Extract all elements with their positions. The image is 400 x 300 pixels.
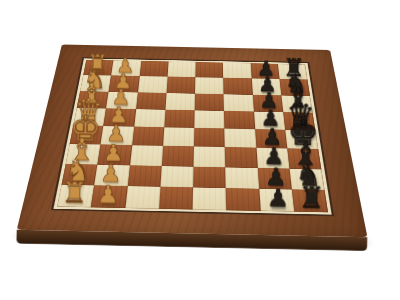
piece-white-pawn-h2[interactable]: ♟ [97, 184, 120, 208]
square-f4[interactable] [162, 146, 194, 166]
chess-board: ♜♟♟♜♞♟♟♞♝♟♟♝♛♟♟♛♚♟♟♚♝♟♟♝♞♟♟♞♜♟♟♜ [17, 45, 368, 238]
square-e3[interactable] [132, 127, 164, 146]
square-a5[interactable] [195, 62, 223, 78]
square-c6[interactable] [224, 94, 254, 111]
square-c3[interactable] [136, 92, 167, 109]
square-h8[interactable]: ♜ [292, 189, 328, 212]
square-d6[interactable] [224, 111, 255, 129]
square-h1[interactable]: ♜ [57, 185, 94, 208]
square-c4[interactable] [165, 93, 195, 110]
board-squares: ♜♟♟♜♞♟♟♞♝♟♟♝♛♟♟♛♚♟♟♚♝♟♟♝♞♟♟♞♜♟♟♜ [53, 58, 331, 214]
square-c5[interactable] [195, 93, 224, 110]
square-a3[interactable] [139, 61, 168, 77]
square-d5[interactable] [194, 110, 224, 128]
square-h2[interactable]: ♟ [91, 185, 127, 208]
square-e4[interactable] [163, 127, 194, 146]
board-rotator: ♜♟♟♜♞♟♟♞♝♟♟♝♛♟♟♛♚♟♟♚♝♟♟♝♞♟♟♞♜♟♟♜ [0, 0, 400, 300]
square-b6[interactable] [223, 78, 252, 95]
square-g3[interactable] [127, 165, 161, 187]
square-f5[interactable] [194, 147, 226, 167]
square-g4[interactable] [160, 166, 193, 188]
square-b4[interactable] [166, 77, 195, 94]
piece-white-rook-h1[interactable]: ♜ [61, 179, 88, 207]
square-a4[interactable] [167, 62, 195, 78]
square-f3[interactable] [130, 145, 163, 165]
square-b5[interactable] [195, 77, 224, 94]
square-b3[interactable] [138, 76, 168, 93]
square-g6[interactable] [225, 167, 258, 189]
board-frame: ♜♟♟♜♞♟♟♞♝♟♟♝♛♟♟♛♚♟♟♚♝♟♟♝♞♟♟♞♜♟♟♜ [17, 45, 368, 238]
square-h4[interactable] [159, 187, 193, 210]
perspective-scene: ♜♟♟♜♞♟♟♞♝♟♟♝♛♟♟♛♚♟♟♚♝♟♟♝♞♟♟♞♜♟♟♜ [0, 0, 400, 300]
square-e6[interactable] [225, 129, 257, 148]
square-g5[interactable] [193, 166, 226, 188]
square-d3[interactable] [134, 109, 165, 127]
square-d4[interactable] [164, 110, 195, 128]
square-h6[interactable] [226, 188, 260, 211]
chess-photo-canvas: ♜♟♟♜♞♟♟♞♝♟♟♝♛♟♟♛♚♟♟♚♝♟♟♝♞♟♟♞♜♟♟♜ [0, 0, 400, 300]
piece-black-rook-h8[interactable]: ♜ [298, 184, 325, 212]
square-h7[interactable]: ♟ [259, 189, 294, 212]
piece-black-pawn-h7[interactable]: ♟ [266, 188, 289, 212]
square-e5[interactable] [194, 128, 225, 147]
square-a6[interactable] [223, 63, 251, 79]
square-h5[interactable] [193, 187, 227, 210]
square-f6[interactable] [225, 147, 257, 167]
square-h3[interactable] [125, 186, 160, 209]
